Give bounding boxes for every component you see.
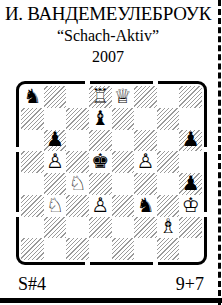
square-f6 [134,130,157,152]
square-g2: ♝♗ [157,217,180,239]
dashed-cut-line [218,0,221,305]
square-b5: ♟♙ [44,151,67,173]
square-a6 [21,130,44,152]
border-notch [13,212,19,217]
white-king-h3: ♚♔ [179,195,202,217]
square-d7: ♝ [89,108,112,130]
border-notch [153,262,158,268]
square-d3: ♟♙ [89,195,112,217]
square-f8 [134,86,157,108]
white-knight-c4: ♞♘ [66,173,89,195]
white-queen-e8: ♛♕ [112,86,135,108]
square-b3: ♞♘ [44,195,67,217]
square-a1 [21,238,44,260]
square-f4 [134,173,157,195]
square-e4 [112,173,135,195]
square-c8 [66,86,89,108]
square-f3: ♞ [134,195,157,217]
black-knight-a8: ♞ [21,86,44,108]
square-h2 [179,217,202,239]
author-name: И. ВАНДЕМЕУЛЕБРОУК [0,3,216,25]
square-c7 [66,108,89,130]
border-notch [204,147,210,152]
border-notch [13,147,19,152]
chess-board: ♞♜♖♛♕♝♟♟♟♙♚♟♙♞♘♟♞♘♟♙♞♚♔♝♗ [16,81,207,265]
square-d4 [89,173,112,195]
square-b6: ♟ [44,130,67,152]
square-a5 [21,151,44,173]
square-e3 [112,195,135,217]
square-g6 [157,130,180,152]
border-notch [85,262,90,268]
stipulation-selfmate-in-4: S#4 [18,274,46,295]
square-d5: ♚ [89,151,112,173]
square-g4 [157,173,180,195]
caption-row: S#4 9+7 [18,274,204,295]
chess-problem-card: И. ВАНДЕМЕУЛЕБРОУК “Schach-Aktiv” 2007 ♞… [0,0,222,305]
square-e8: ♛♕ [112,86,135,108]
square-f7 [134,108,157,130]
square-e1 [112,238,135,260]
square-a4 [21,173,44,195]
border-notch [204,212,210,217]
square-a7 [21,108,44,130]
source-title: “Schach-Aktiv” [0,27,216,45]
square-c5 [66,151,89,173]
white-pawn-f5: ♟♙ [134,151,157,173]
white-bishop-g2: ♝♗ [157,217,180,239]
black-pawn-b6: ♟ [44,130,67,152]
square-f5: ♟♙ [134,151,157,173]
square-c6 [66,130,89,152]
square-d6 [89,130,112,152]
black-bishop-d7: ♝ [89,108,112,130]
square-h3: ♚♔ [179,195,202,217]
square-a2 [21,217,44,239]
square-g5 [157,151,180,173]
square-e6 [112,130,135,152]
square-b4 [44,173,67,195]
square-h5 [179,151,202,173]
square-b1 [44,238,67,260]
white-pawn-b5: ♟♙ [44,151,67,173]
square-d1 [89,238,112,260]
square-e2 [112,217,135,239]
square-h8 [179,86,202,108]
material-count: 9+7 [176,274,204,295]
square-g7 [157,108,180,130]
square-h1 [179,238,202,260]
border-notch [153,78,158,84]
black-pawn-h4: ♟ [179,173,202,195]
square-b7 [44,108,67,130]
black-knight-f3: ♞ [134,195,157,217]
publication-year: 2007 [0,48,216,66]
bottom-rule [0,298,222,303]
square-a3 [21,195,44,217]
square-g3 [157,195,180,217]
black-king-d5: ♚ [89,151,112,173]
square-h4: ♟ [179,173,202,195]
square-e5 [112,151,135,173]
square-d8: ♜♖ [89,86,112,108]
square-d2 [89,217,112,239]
square-c2 [66,217,89,239]
square-c1 [66,238,89,260]
black-pawn-h6: ♟ [179,130,202,152]
square-c3 [66,195,89,217]
square-g1 [157,238,180,260]
square-e7 [112,108,135,130]
white-pawn-d3: ♟♙ [89,195,112,217]
white-knight-b3: ♞♘ [44,195,67,217]
square-h6: ♟ [179,130,202,152]
board-grid: ♞♜♖♛♕♝♟♟♟♙♚♟♙♞♘♟♞♘♟♙♞♚♔♝♗ [21,86,202,260]
square-h7 [179,108,202,130]
white-rook-d8: ♜♖ [89,86,112,108]
square-b8 [44,86,67,108]
square-g8 [157,86,180,108]
square-b2 [44,217,67,239]
square-f2 [134,217,157,239]
square-f1 [134,238,157,260]
border-notch [85,78,90,84]
square-c4: ♞♘ [66,173,89,195]
square-a8: ♞ [21,86,44,108]
